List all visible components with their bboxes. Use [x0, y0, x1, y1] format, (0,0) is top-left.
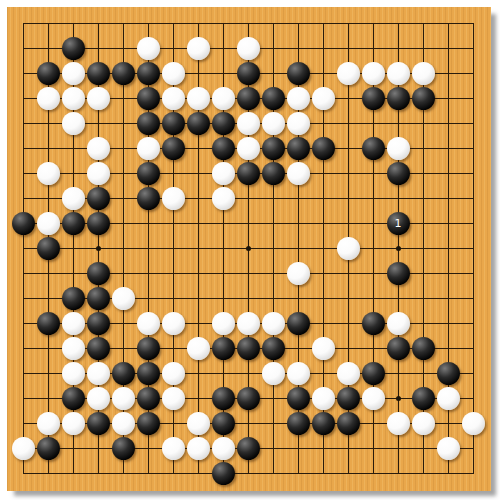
- white-stone: [312, 387, 335, 410]
- black-stone: [412, 387, 435, 410]
- white-stone: [62, 62, 85, 85]
- white-stone: [62, 362, 85, 385]
- white-stone: [287, 362, 310, 385]
- white-stone: [387, 312, 410, 335]
- white-stone: [187, 87, 210, 110]
- black-stone: [112, 437, 135, 460]
- white-stone: [162, 387, 185, 410]
- black-stone: [287, 387, 310, 410]
- white-stone: [187, 37, 210, 60]
- black-stone: [87, 187, 110, 210]
- black-stone: [287, 312, 310, 335]
- black-stone: [387, 162, 410, 185]
- black-stone: [287, 412, 310, 435]
- black-stone: [162, 137, 185, 160]
- white-stone: [362, 62, 385, 85]
- black-stone: [387, 262, 410, 285]
- white-stone: [387, 137, 410, 160]
- black-stone: [137, 62, 160, 85]
- white-stone: [262, 112, 285, 135]
- black-stone: [87, 337, 110, 360]
- black-stone: [212, 137, 235, 160]
- black-stone: [212, 412, 235, 435]
- white-stone: [37, 212, 60, 235]
- black-stone: [137, 387, 160, 410]
- black-stone: [262, 87, 285, 110]
- white-stone: [387, 412, 410, 435]
- black-stone: [87, 62, 110, 85]
- white-stone: [112, 287, 135, 310]
- star-point: [246, 246, 251, 251]
- white-stone: [312, 87, 335, 110]
- black-stone: [37, 437, 60, 460]
- white-stone: [137, 312, 160, 335]
- black-stone: [387, 87, 410, 110]
- white-stone: [62, 312, 85, 335]
- white-stone: [137, 37, 160, 60]
- white-stone: [112, 387, 135, 410]
- black-stone: [62, 387, 85, 410]
- white-stone: [312, 337, 335, 360]
- black-stone: [137, 87, 160, 110]
- white-stone: [37, 412, 60, 435]
- white-stone: [187, 337, 210, 360]
- go-board[interactable]: 1: [7, 7, 491, 491]
- black-stone: [237, 62, 260, 85]
- white-stone: [37, 162, 60, 185]
- white-stone: [437, 437, 460, 460]
- black-stone: [337, 412, 360, 435]
- star-point: [396, 246, 401, 251]
- white-stone: [62, 337, 85, 360]
- white-stone: [212, 187, 235, 210]
- black-stone: [37, 62, 60, 85]
- white-stone: [162, 87, 185, 110]
- black-stone: [137, 187, 160, 210]
- black-stone: [387, 337, 410, 360]
- black-stone: [262, 337, 285, 360]
- black-stone: [212, 387, 235, 410]
- white-stone: [87, 162, 110, 185]
- marked-stone-move-1: 1: [387, 212, 410, 235]
- black-stone: [262, 137, 285, 160]
- white-stone: [62, 187, 85, 210]
- white-stone: [412, 412, 435, 435]
- white-stone: [87, 362, 110, 385]
- white-stone: [237, 312, 260, 335]
- black-stone: [312, 412, 335, 435]
- white-stone: [87, 87, 110, 110]
- black-stone: [437, 362, 460, 385]
- white-stone: [337, 362, 360, 385]
- black-stone: [62, 37, 85, 60]
- white-stone: [462, 412, 485, 435]
- black-stone: [12, 212, 35, 235]
- black-stone: [112, 362, 135, 385]
- black-stone: [362, 87, 385, 110]
- black-stone: [162, 112, 185, 135]
- white-stone: [162, 437, 185, 460]
- black-stone: [237, 87, 260, 110]
- white-stone: [262, 312, 285, 335]
- black-stone: [237, 437, 260, 460]
- white-stone: [137, 137, 160, 160]
- black-stone: [37, 237, 60, 260]
- black-stone: [412, 337, 435, 360]
- black-stone: [237, 387, 260, 410]
- white-stone: [237, 137, 260, 160]
- white-stone: [237, 37, 260, 60]
- white-stone: [212, 312, 235, 335]
- white-stone: [112, 412, 135, 435]
- white-stone: [287, 112, 310, 135]
- white-stone: [437, 387, 460, 410]
- white-stone: [187, 412, 210, 435]
- move-number-label: 1: [395, 218, 402, 229]
- black-stone: [362, 362, 385, 385]
- black-stone: [137, 362, 160, 385]
- black-stone: [112, 62, 135, 85]
- grid-line-horizontal: [23, 473, 474, 474]
- white-stone: [62, 412, 85, 435]
- black-stone: [87, 287, 110, 310]
- black-stone: [137, 112, 160, 135]
- white-stone: [212, 162, 235, 185]
- star-point: [96, 246, 101, 251]
- black-stone: [137, 412, 160, 435]
- white-stone: [387, 62, 410, 85]
- white-stone: [287, 262, 310, 285]
- white-stone: [362, 387, 385, 410]
- white-stone: [237, 112, 260, 135]
- black-stone: [87, 312, 110, 335]
- black-stone: [87, 262, 110, 285]
- white-stone: [87, 137, 110, 160]
- black-stone: [362, 312, 385, 335]
- black-stone: [237, 162, 260, 185]
- black-stone: [412, 87, 435, 110]
- black-stone: [37, 312, 60, 335]
- white-stone: [162, 62, 185, 85]
- page: { "game": "go", "board_meta": { "size": …: [0, 0, 500, 500]
- white-stone: [287, 162, 310, 185]
- black-stone: [87, 412, 110, 435]
- white-stone: [162, 187, 185, 210]
- white-stone: [212, 437, 235, 460]
- black-stone: [137, 162, 160, 185]
- black-stone: [337, 387, 360, 410]
- black-stone: [362, 137, 385, 160]
- white-stone: [337, 62, 360, 85]
- black-stone: [212, 112, 235, 135]
- black-stone: [312, 137, 335, 160]
- white-stone: [287, 87, 310, 110]
- star-point: [396, 396, 401, 401]
- white-stone: [62, 87, 85, 110]
- white-stone: [162, 362, 185, 385]
- white-stone: [87, 387, 110, 410]
- white-stone: [337, 237, 360, 260]
- black-stone: [187, 112, 210, 135]
- black-stone: [262, 162, 285, 185]
- black-stone: [212, 462, 235, 485]
- black-stone: [212, 337, 235, 360]
- white-stone: [37, 87, 60, 110]
- black-stone: [87, 212, 110, 235]
- white-stone: [262, 362, 285, 385]
- white-stone: [212, 87, 235, 110]
- white-stone: [162, 312, 185, 335]
- white-stone: [412, 62, 435, 85]
- black-stone: [62, 287, 85, 310]
- black-stone: [62, 212, 85, 235]
- grid-line-vertical: [473, 23, 474, 474]
- white-stone: [12, 437, 35, 460]
- black-stone: [287, 137, 310, 160]
- black-stone: [287, 62, 310, 85]
- black-stone: [237, 337, 260, 360]
- white-stone: [187, 437, 210, 460]
- white-stone: [62, 112, 85, 135]
- black-stone: [137, 337, 160, 360]
